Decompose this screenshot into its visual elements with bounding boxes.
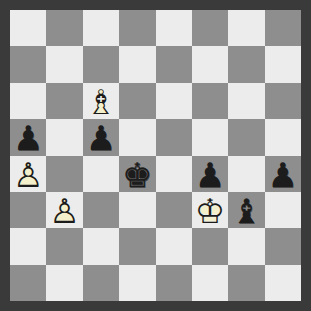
square-b4[interactable] — [46, 156, 82, 192]
square-e2[interactable] — [156, 228, 192, 264]
square-a7[interactable] — [10, 46, 46, 82]
square-g5[interactable] — [228, 119, 264, 155]
square-g7[interactable] — [228, 46, 264, 82]
square-f5[interactable] — [192, 119, 228, 155]
square-g6[interactable] — [228, 83, 264, 119]
square-e5[interactable] — [156, 119, 192, 155]
square-b6[interactable] — [46, 83, 82, 119]
square-f3[interactable]: ♚♔ — [192, 192, 228, 228]
square-h6[interactable] — [265, 83, 301, 119]
square-b5[interactable] — [46, 119, 82, 155]
square-c8[interactable] — [83, 10, 119, 46]
square-d3[interactable] — [119, 192, 155, 228]
white-bishop: ♝♗ — [83, 83, 119, 119]
black-bishop: ♝ — [228, 192, 264, 228]
square-c6[interactable]: ♝♗ — [83, 83, 119, 119]
square-d7[interactable] — [119, 46, 155, 82]
white-pawn: ♟♙ — [10, 156, 46, 192]
square-e6[interactable] — [156, 83, 192, 119]
black-pawn: ♟ — [10, 119, 46, 155]
square-d4[interactable]: ♚ — [119, 156, 155, 192]
square-d8[interactable] — [119, 10, 155, 46]
square-a2[interactable] — [10, 228, 46, 264]
square-f6[interactable] — [192, 83, 228, 119]
square-b2[interactable] — [46, 228, 82, 264]
square-c1[interactable] — [83, 265, 119, 301]
square-h1[interactable] — [265, 265, 301, 301]
square-h4[interactable]: ♟ — [265, 156, 301, 192]
square-a6[interactable] — [10, 83, 46, 119]
square-e4[interactable] — [156, 156, 192, 192]
square-g3[interactable]: ♝ — [228, 192, 264, 228]
square-h7[interactable] — [265, 46, 301, 82]
square-e7[interactable] — [156, 46, 192, 82]
square-h3[interactable] — [265, 192, 301, 228]
square-d1[interactable] — [119, 265, 155, 301]
square-a5[interactable]: ♟ — [10, 119, 46, 155]
square-a8[interactable] — [10, 10, 46, 46]
square-e3[interactable] — [156, 192, 192, 228]
square-g2[interactable] — [228, 228, 264, 264]
square-f8[interactable] — [192, 10, 228, 46]
square-f2[interactable] — [192, 228, 228, 264]
square-d5[interactable] — [119, 119, 155, 155]
square-b3[interactable]: ♟♙ — [46, 192, 82, 228]
chess-board: ♝♗♟♟♟♙♚♟♟♟♙♚♔♝ — [0, 0, 311, 311]
square-f4[interactable]: ♟ — [192, 156, 228, 192]
square-b7[interactable] — [46, 46, 82, 82]
square-g8[interactable] — [228, 10, 264, 46]
square-h8[interactable] — [265, 10, 301, 46]
square-e8[interactable] — [156, 10, 192, 46]
square-b1[interactable] — [46, 265, 82, 301]
square-d6[interactable] — [119, 83, 155, 119]
square-a4[interactable]: ♟♙ — [10, 156, 46, 192]
square-g1[interactable] — [228, 265, 264, 301]
white-king: ♚♔ — [192, 192, 228, 228]
black-king: ♚ — [119, 156, 155, 192]
square-e1[interactable] — [156, 265, 192, 301]
black-pawn: ♟ — [192, 156, 228, 192]
black-pawn: ♟ — [265, 156, 301, 192]
black-pawn: ♟ — [83, 119, 119, 155]
square-a1[interactable] — [10, 265, 46, 301]
square-c2[interactable] — [83, 228, 119, 264]
square-d2[interactable] — [119, 228, 155, 264]
square-c3[interactable] — [83, 192, 119, 228]
white-pawn: ♟♙ — [46, 192, 82, 228]
square-c4[interactable] — [83, 156, 119, 192]
square-h2[interactable] — [265, 228, 301, 264]
square-g4[interactable] — [228, 156, 264, 192]
square-c7[interactable] — [83, 46, 119, 82]
square-a3[interactable] — [10, 192, 46, 228]
square-c5[interactable]: ♟ — [83, 119, 119, 155]
square-b8[interactable] — [46, 10, 82, 46]
square-h5[interactable] — [265, 119, 301, 155]
square-f7[interactable] — [192, 46, 228, 82]
square-f1[interactable] — [192, 265, 228, 301]
